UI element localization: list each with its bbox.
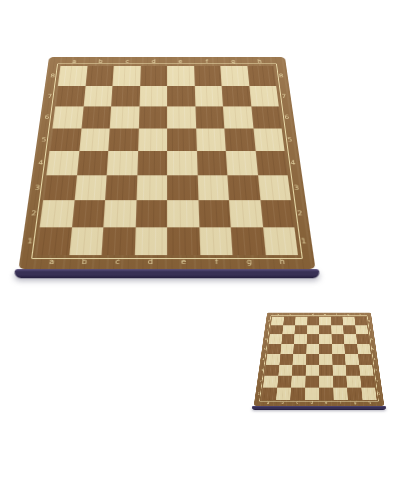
square-e2 bbox=[319, 376, 333, 388]
square-b8 bbox=[85, 66, 114, 86]
square-d1 bbox=[305, 387, 319, 399]
square-a6 bbox=[269, 334, 283, 344]
square-e3 bbox=[167, 175, 198, 200]
square-e5 bbox=[319, 344, 332, 354]
rank-label: 8 bbox=[366, 317, 372, 326]
square-h6 bbox=[251, 106, 282, 128]
rank-label: 5 bbox=[370, 344, 377, 354]
file-label: b bbox=[68, 256, 102, 268]
square-b5 bbox=[280, 344, 294, 354]
rank-label: 7 bbox=[367, 325, 373, 334]
square-c6 bbox=[110, 106, 139, 128]
square-d6 bbox=[138, 106, 167, 128]
square-d2 bbox=[305, 376, 319, 388]
square-g6 bbox=[344, 334, 357, 344]
square-b1 bbox=[69, 227, 104, 255]
square-c2 bbox=[103, 200, 136, 227]
square-f3 bbox=[197, 175, 229, 200]
file-label: c bbox=[114, 58, 141, 66]
square-f1 bbox=[333, 387, 348, 399]
square-b7 bbox=[282, 325, 295, 334]
square-f8 bbox=[194, 66, 222, 86]
rank-label: 6 bbox=[369, 334, 375, 344]
square-c1 bbox=[290, 387, 305, 399]
square-g3 bbox=[227, 175, 260, 200]
square-h5 bbox=[253, 128, 285, 151]
square-h6 bbox=[356, 334, 370, 344]
square-d2 bbox=[135, 200, 167, 227]
square-e8 bbox=[167, 66, 194, 86]
file-label: g bbox=[220, 58, 247, 66]
square-b3 bbox=[278, 364, 292, 375]
square-b1 bbox=[276, 387, 291, 399]
file-label: d bbox=[134, 256, 167, 268]
square-b6 bbox=[281, 334, 294, 344]
square-g1 bbox=[347, 387, 362, 399]
square-c5 bbox=[293, 344, 306, 354]
square-f2 bbox=[333, 376, 347, 388]
square-d1 bbox=[134, 227, 167, 255]
rank-label: 3 bbox=[289, 175, 305, 200]
square-d3 bbox=[305, 364, 319, 375]
square-b4 bbox=[279, 354, 293, 365]
square-a7 bbox=[55, 86, 85, 107]
square-c7 bbox=[294, 325, 307, 334]
square-g2 bbox=[346, 376, 361, 388]
square-e1 bbox=[319, 387, 333, 399]
square-e5 bbox=[167, 128, 196, 151]
file-label: d bbox=[140, 58, 167, 66]
square-h8 bbox=[247, 66, 276, 86]
square-a6 bbox=[52, 106, 83, 128]
square-e8 bbox=[319, 317, 331, 326]
square-b8 bbox=[283, 317, 296, 326]
square-g4 bbox=[226, 151, 258, 175]
file-label: b bbox=[275, 400, 290, 405]
square-c8 bbox=[295, 317, 307, 326]
square-f8 bbox=[331, 317, 343, 326]
square-e7 bbox=[319, 325, 331, 334]
square-g5 bbox=[344, 344, 358, 354]
rank-label: 3 bbox=[373, 364, 380, 375]
square-c7 bbox=[111, 86, 140, 107]
file-label: a bbox=[34, 256, 68, 268]
rank-label: 8 bbox=[275, 66, 289, 86]
square-e6 bbox=[167, 106, 196, 128]
square-f6 bbox=[331, 334, 344, 344]
square-f7 bbox=[331, 325, 344, 334]
rank-label: 2 bbox=[374, 376, 381, 388]
square-h8 bbox=[354, 317, 367, 326]
square-g4 bbox=[345, 354, 359, 365]
board-face: abcdefghabcdefgh8765432187654321 bbox=[254, 313, 385, 406]
file-label: e bbox=[167, 58, 194, 66]
file-label: c bbox=[101, 256, 135, 268]
file-label: a bbox=[60, 58, 87, 66]
square-c6 bbox=[294, 334, 307, 344]
rank-label: 4 bbox=[371, 354, 378, 365]
file-label: h bbox=[246, 58, 273, 66]
file-label: b bbox=[87, 58, 114, 66]
file-label: g bbox=[348, 400, 363, 405]
square-d4 bbox=[137, 151, 167, 175]
square-e7 bbox=[167, 86, 195, 107]
square-a1 bbox=[261, 387, 277, 399]
square-b2 bbox=[72, 200, 106, 227]
bottom-coordinates: abcdefgh bbox=[261, 400, 378, 405]
square-h4 bbox=[255, 151, 287, 175]
square-d5 bbox=[138, 128, 167, 151]
square-h1 bbox=[361, 387, 377, 399]
square-f5 bbox=[332, 344, 345, 354]
square-a4 bbox=[46, 151, 78, 175]
square-g8 bbox=[220, 66, 249, 86]
square-b6 bbox=[81, 106, 111, 128]
file-label: a bbox=[261, 400, 276, 405]
square-c1 bbox=[102, 227, 136, 255]
square-f4 bbox=[332, 354, 346, 365]
square-b5 bbox=[79, 128, 110, 151]
square-f3 bbox=[332, 364, 346, 375]
rank-label: 7 bbox=[277, 86, 291, 107]
file-label: c bbox=[290, 400, 305, 405]
board-edge bbox=[252, 406, 387, 410]
square-a2 bbox=[263, 376, 278, 388]
chess-board-small: abcdefghabcdefgh8765432187654321 bbox=[187, 219, 400, 480]
square-a4 bbox=[266, 354, 280, 365]
rank-label: 4 bbox=[286, 151, 301, 175]
file-label: e bbox=[319, 400, 334, 405]
square-h4 bbox=[358, 354, 372, 365]
rank-label: 5 bbox=[283, 128, 298, 151]
square-h5 bbox=[357, 344, 371, 354]
file-label: d bbox=[304, 400, 319, 405]
square-d7 bbox=[307, 325, 319, 334]
square-h7 bbox=[249, 86, 279, 107]
square-e4 bbox=[319, 354, 332, 365]
square-a5 bbox=[49, 128, 81, 151]
file-label: f bbox=[193, 58, 220, 66]
square-d4 bbox=[306, 354, 319, 365]
square-a1 bbox=[36, 227, 71, 255]
square-b2 bbox=[277, 376, 292, 388]
square-g5 bbox=[224, 128, 255, 151]
square-c8 bbox=[112, 66, 140, 86]
board-3d-small: abcdefghabcdefgh8765432187654321 bbox=[253, 313, 385, 410]
square-e3 bbox=[319, 364, 333, 375]
square-b4 bbox=[77, 151, 109, 175]
square-d3 bbox=[136, 175, 167, 200]
square-a5 bbox=[267, 344, 281, 354]
square-d5 bbox=[306, 344, 319, 354]
square-f4 bbox=[196, 151, 227, 175]
square-c2 bbox=[291, 376, 305, 388]
square-d8 bbox=[140, 66, 167, 86]
square-a3 bbox=[264, 364, 279, 375]
square-b7 bbox=[83, 86, 112, 107]
square-c5 bbox=[108, 128, 138, 151]
square-a7 bbox=[270, 325, 283, 334]
square-c4 bbox=[292, 354, 306, 365]
square-g3 bbox=[346, 364, 360, 375]
file-label: f bbox=[333, 400, 348, 405]
square-a3 bbox=[43, 175, 76, 200]
square-b3 bbox=[74, 175, 107, 200]
square-h2 bbox=[360, 376, 375, 388]
square-e4 bbox=[167, 151, 197, 175]
rank-label: 6 bbox=[280, 106, 294, 128]
square-d6 bbox=[306, 334, 319, 344]
square-c3 bbox=[292, 364, 306, 375]
rank-label: 1 bbox=[375, 387, 382, 399]
square-e6 bbox=[319, 334, 332, 344]
square-g6 bbox=[223, 106, 253, 128]
square-g7 bbox=[343, 325, 356, 334]
square-c4 bbox=[107, 151, 138, 175]
square-d8 bbox=[307, 317, 319, 326]
square-a8 bbox=[271, 317, 284, 326]
square-h3 bbox=[257, 175, 290, 200]
square-f7 bbox=[194, 86, 223, 107]
square-d7 bbox=[139, 86, 167, 107]
square-f5 bbox=[196, 128, 226, 151]
square-f6 bbox=[195, 106, 224, 128]
square-a2 bbox=[40, 200, 74, 227]
square-a8 bbox=[58, 66, 87, 86]
square-h3 bbox=[359, 364, 374, 375]
product-photo: abcdefghabcdefgh8765432187654321 abcdefg… bbox=[0, 0, 400, 480]
square-g7 bbox=[222, 86, 251, 107]
board-squares bbox=[261, 317, 376, 400]
square-g8 bbox=[342, 317, 355, 326]
square-c3 bbox=[105, 175, 137, 200]
square-h7 bbox=[355, 325, 368, 334]
file-label: h bbox=[362, 400, 377, 405]
top-coordinates: abcdefgh bbox=[60, 58, 273, 66]
